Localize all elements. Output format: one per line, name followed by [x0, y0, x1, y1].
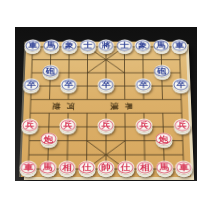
piece-bP[interactable]: 卒: [135, 78, 152, 90]
piece-glyph: 炮: [44, 135, 54, 143]
piece-glyph: 仕: [121, 163, 131, 171]
piece-glyph: 卒: [176, 81, 185, 89]
piece-bR[interactable]: 車: [171, 40, 187, 52]
piece-glyph: 卒: [64, 81, 73, 89]
piece-glyph: 相: [140, 163, 150, 171]
piece-bP[interactable]: 卒: [98, 78, 114, 90]
river-character: 界: [125, 103, 133, 110]
piece-bB[interactable]: 象: [61, 40, 77, 52]
piece-rN[interactable]: 馬: [39, 161, 56, 174]
piece-bP[interactable]: 卒: [172, 78, 189, 90]
piece-rP[interactable]: 兵: [98, 119, 115, 132]
piece-bR[interactable]: 車: [24, 40, 40, 52]
piece-glyph: 象: [138, 42, 147, 49]
piece-glyph: 士: [83, 42, 92, 49]
piece-bP[interactable]: 卒: [60, 78, 77, 90]
piece-glyph: 車: [175, 42, 184, 49]
piece-glyph: 炮: [159, 135, 169, 143]
piece-glyph: 兵: [25, 121, 35, 129]
piece-glyph: 卒: [139, 81, 148, 89]
piece-glyph: 象: [65, 42, 74, 49]
piece-bK[interactable]: 將: [98, 40, 114, 52]
piece-glyph: 砲: [46, 68, 55, 75]
piece-rC[interactable]: 炮: [155, 133, 172, 146]
river-label-han: 漢界: [110, 102, 132, 110]
photo-background: 楚河 漢界 車馬象士將士象馬車砲砲卒卒卒卒卒兵兵兵兵兵炮炮車馬相仕帥仕相馬車: [15, 27, 197, 181]
piece-bP[interactable]: 卒: [23, 78, 40, 90]
piece-rP[interactable]: 兵: [136, 119, 153, 132]
piece-glyph: 相: [62, 163, 72, 171]
river-label-chu: 楚河: [52, 102, 74, 110]
piece-bB[interactable]: 象: [135, 40, 151, 52]
piece-bN[interactable]: 馬: [153, 40, 169, 52]
piece-glyph: 砲: [157, 68, 166, 75]
piece-glyph: 馬: [43, 163, 53, 171]
piece-glyph: 馬: [46, 42, 55, 49]
piece-glyph: 士: [120, 42, 129, 49]
piece-glyph: 馬: [159, 163, 169, 171]
piece-glyph: 兵: [177, 121, 187, 129]
piece-glyph: 卒: [101, 81, 110, 89]
piece-bC[interactable]: 砲: [42, 65, 59, 77]
board-grid: [21, 42, 191, 177]
product-photo-page: 楚河 漢界 車馬象士將士象馬車砲砲卒卒卒卒卒兵兵兵兵兵炮炮車馬相仕帥仕相馬車: [0, 0, 210, 210]
piece-glyph: 馬: [156, 42, 165, 49]
piece-rP[interactable]: 兵: [174, 119, 191, 132]
piece-rB[interactable]: 相: [136, 161, 153, 174]
piece-rP[interactable]: 兵: [59, 119, 76, 132]
xiangqi-board[interactable]: 楚河 漢界 車馬象士將士象馬車砲砲卒卒卒卒卒兵兵兵兵兵炮炮車馬相仕帥仕相馬車: [21, 42, 191, 177]
piece-glyph: 車: [179, 163, 189, 171]
piece-bN[interactable]: 馬: [43, 40, 59, 52]
piece-glyph: 兵: [101, 121, 110, 129]
piece-glyph: 帥: [101, 163, 110, 171]
piece-glyph: 車: [23, 163, 33, 171]
piece-rR[interactable]: 車: [20, 161, 37, 174]
piece-glyph: 兵: [139, 121, 148, 129]
piece-bA[interactable]: 士: [80, 40, 96, 52]
piece-bC[interactable]: 砲: [153, 65, 170, 77]
piece-glyph: 仕: [82, 163, 92, 171]
piece-rC[interactable]: 炮: [40, 133, 57, 146]
piece-glyph: 車: [28, 42, 37, 49]
piece-glyph: 卒: [27, 81, 36, 89]
piece-rK[interactable]: 帥: [98, 161, 115, 174]
piece-glyph: 將: [102, 42, 111, 49]
piece-glyph: 兵: [63, 121, 72, 129]
river-character: 楚: [52, 103, 60, 110]
piece-rR[interactable]: 車: [175, 161, 192, 174]
piece-rB[interactable]: 相: [59, 161, 76, 174]
piece-rA[interactable]: 仕: [117, 161, 134, 174]
piece-rP[interactable]: 兵: [21, 119, 38, 132]
piece-rN[interactable]: 馬: [156, 161, 173, 174]
river-character: 漢: [111, 103, 119, 110]
piece-rA[interactable]: 仕: [78, 161, 95, 174]
piece-bA[interactable]: 士: [116, 40, 132, 52]
river-character: 河: [66, 103, 74, 110]
